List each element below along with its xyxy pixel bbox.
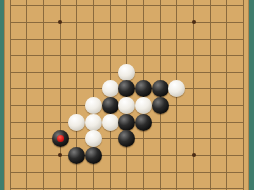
white-stone[interactable] — [102, 114, 119, 131]
white-stone[interactable] — [85, 97, 102, 114]
star-point — [58, 153, 62, 157]
gomoku-board[interactable] — [4, 0, 249, 190]
white-stone[interactable] — [118, 64, 135, 81]
grid-vline — [226, 0, 227, 190]
black-stone[interactable] — [68, 147, 85, 164]
black-stone[interactable] — [152, 80, 169, 97]
black-stone[interactable] — [118, 80, 135, 97]
white-stone[interactable] — [85, 130, 102, 147]
white-stone[interactable] — [68, 114, 85, 131]
black-stone[interactable] — [118, 114, 135, 131]
black-stone[interactable] — [135, 114, 152, 131]
grid-hline — [10, 5, 244, 6]
grid-hline — [10, 155, 244, 156]
white-stone[interactable] — [135, 97, 152, 114]
grid-hline — [10, 22, 244, 23]
black-stone[interactable] — [135, 80, 152, 97]
grid-vline — [43, 0, 44, 190]
grid-vline — [26, 0, 27, 190]
black-stone[interactable] — [118, 130, 135, 147]
black-stone[interactable] — [85, 147, 102, 164]
grid-vline — [60, 0, 61, 190]
star-point — [58, 20, 62, 24]
black-stone[interactable] — [52, 130, 69, 147]
grid-vline — [193, 0, 194, 190]
grid-hline — [10, 39, 244, 40]
grid-hline — [10, 188, 244, 189]
white-stone[interactable] — [102, 80, 119, 97]
grid-hline — [10, 55, 244, 56]
grid-vline — [10, 0, 11, 190]
last-move-marker — [57, 135, 64, 142]
black-stone[interactable] — [152, 97, 169, 114]
white-stone[interactable] — [118, 97, 135, 114]
gomoku-app-window — [0, 0, 254, 190]
white-stone[interactable] — [85, 114, 102, 131]
grid-vline — [243, 0, 244, 190]
black-stone[interactable] — [102, 97, 119, 114]
grid-hline — [10, 172, 244, 173]
grid-vline — [210, 0, 211, 190]
white-stone[interactable] — [168, 80, 185, 97]
